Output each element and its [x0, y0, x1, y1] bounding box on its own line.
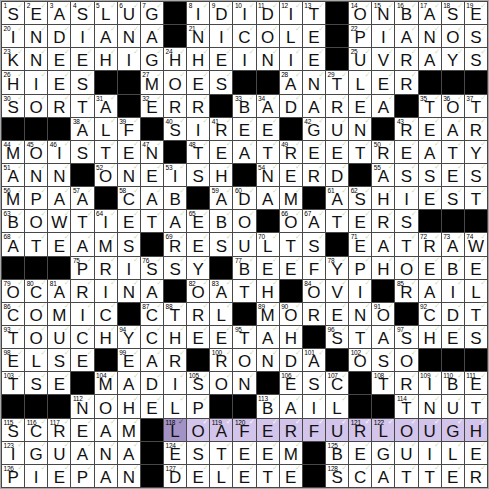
cell-r8c7[interactable]: ✓E: [141, 164, 163, 186]
cell-r19c5[interactable]: ✓A: [95, 419, 117, 441]
cell-r9c16[interactable]: 62✓S: [349, 187, 371, 209]
cell-r1c6[interactable]: 6✓U: [118, 2, 140, 24]
cell-r4c13[interactable]: 28✓A: [280, 71, 302, 93]
cell-r3c17[interactable]: ✓V: [372, 48, 394, 70]
cell-r14c9[interactable]: ✓R: [187, 303, 209, 325]
cell-r16c7[interactable]: ✓A: [141, 349, 163, 371]
cell-r9c3[interactable]: ✓A: [48, 187, 70, 209]
cell-r4c4[interactable]: ✓S: [71, 71, 93, 93]
cell-r4c1[interactable]: 26✓H: [2, 71, 24, 93]
cell-r12c12[interactable]: ✓E: [257, 257, 279, 279]
cell-r14c1[interactable]: 86✓C: [2, 303, 24, 325]
cell-r11c3[interactable]: ✓E: [48, 233, 70, 255]
cell-r18c9[interactable]: ✓P: [187, 395, 209, 417]
cell-r13c14[interactable]: 84✓O: [303, 280, 325, 302]
cell-r4c10[interactable]: ✓S: [210, 71, 232, 93]
cell-r19c20[interactable]: ✓G: [442, 419, 464, 441]
cell-r7c2[interactable]: 45✓O: [25, 141, 47, 163]
cell-r8c9[interactable]: ✓S: [187, 164, 209, 186]
cell-r5c9[interactable]: ✓R: [187, 95, 209, 117]
cell-r16c3[interactable]: ✓S: [48, 349, 70, 371]
cell-r7c20[interactable]: ✓T: [442, 141, 464, 163]
cell-r21c18[interactable]: ✓T: [395, 465, 417, 487]
cell-r15c19[interactable]: ✓H: [419, 326, 441, 348]
cell-r1c10[interactable]: 9✓D: [210, 2, 232, 24]
cell-r6c5[interactable]: ✓L: [95, 118, 117, 140]
cell-r3c13[interactable]: ✓I: [280, 48, 302, 70]
cell-r8c5[interactable]: 52✓O: [95, 164, 117, 186]
cell-r7c14[interactable]: ✓E: [303, 141, 325, 163]
cell-r14c21[interactable]: ✓T: [465, 303, 487, 325]
cell-r1c5[interactable]: 5✓L: [95, 2, 117, 24]
cell-r15c2[interactable]: ✓O: [25, 326, 47, 348]
cell-r17c15[interactable]: 107✓C: [326, 372, 348, 394]
cell-r4c17[interactable]: ✓E: [372, 71, 394, 93]
cell-r13c3[interactable]: 81✓A: [48, 280, 70, 302]
cell-r20c20[interactable]: ✓L: [442, 442, 464, 464]
cell-r14c3[interactable]: ✓M: [48, 303, 70, 325]
cell-r2c12[interactable]: ✓O: [257, 25, 279, 47]
cell-r2c3[interactable]: ✓D: [48, 25, 70, 47]
cell-r19c15[interactable]: ✓U: [326, 419, 348, 441]
cell-r16c13[interactable]: ✓D: [280, 349, 302, 371]
cell-r2c19[interactable]: ✓N: [419, 25, 441, 47]
cell-r10c11[interactable]: ✓O: [233, 210, 255, 232]
cell-r17c19[interactable]: 109✓I: [419, 372, 441, 394]
cell-r11c16[interactable]: 71✓E: [349, 233, 371, 255]
cell-r9c13[interactable]: ✓M: [280, 187, 302, 209]
cell-r19c3[interactable]: 117✓R: [48, 419, 70, 441]
cell-r8c8[interactable]: 53✓I: [164, 164, 186, 186]
cell-r19c8[interactable]: 118✓L: [164, 419, 186, 441]
cell-r12c16[interactable]: ✓P: [349, 257, 371, 279]
cell-r6c10[interactable]: 41✓R: [210, 118, 232, 140]
cell-r18c7[interactable]: ✓E: [141, 395, 163, 417]
cell-r15c1[interactable]: 93✓T: [2, 326, 24, 348]
cell-r8c21[interactable]: ✓S: [465, 164, 487, 186]
cell-r4c3[interactable]: ✓E: [48, 71, 70, 93]
cell-r13c1[interactable]: 79✓O: [2, 280, 24, 302]
cell-r4c15[interactable]: 29✓T: [326, 71, 348, 93]
cell-r8c2[interactable]: ✓N: [25, 164, 47, 186]
cell-r1c12[interactable]: 11✓D: [257, 2, 279, 24]
cell-r5c13[interactable]: ✓D: [280, 95, 302, 117]
cell-r10c16[interactable]: ✓E: [349, 210, 371, 232]
cell-r10c2[interactable]: ✓O: [25, 210, 47, 232]
cell-r3c6[interactable]: ✓I: [118, 48, 140, 70]
cell-r8c17[interactable]: 55✓A: [372, 164, 394, 186]
cell-r20c21[interactable]: ✓E: [465, 442, 487, 464]
cell-r20c10[interactable]: ✓T: [210, 442, 232, 464]
cell-r20c12[interactable]: ✓E: [257, 442, 279, 464]
cell-r1c2[interactable]: 2✓E: [25, 2, 47, 24]
cell-r2c11[interactable]: ✓C: [233, 25, 255, 47]
cell-r16c12[interactable]: ✓N: [257, 349, 279, 371]
cell-r18c6[interactable]: ✓H: [118, 395, 140, 417]
cell-r14c16[interactable]: ✓N: [349, 303, 371, 325]
cell-r2c6[interactable]: ✓N: [118, 25, 140, 47]
cell-r13c11[interactable]: ✓T: [233, 280, 255, 302]
cell-r16c10[interactable]: 100✓R: [210, 349, 232, 371]
cell-r15c21[interactable]: ✓S: [465, 326, 487, 348]
cell-r6c12[interactable]: ✓E: [257, 118, 279, 140]
cell-r12c7[interactable]: 76✓S: [141, 257, 163, 279]
cell-r14c2[interactable]: ✓O: [25, 303, 47, 325]
cell-r5c15[interactable]: ✓R: [326, 95, 348, 117]
cell-r13c16[interactable]: ✓I: [349, 280, 371, 302]
cell-r7c9[interactable]: 48✓T: [187, 141, 209, 163]
cell-r12c8[interactable]: ✓S: [164, 257, 186, 279]
cell-r4c8[interactable]: ✓O: [164, 71, 186, 93]
cell-r17c8[interactable]: ✓I: [164, 372, 186, 394]
cell-r3c16[interactable]: 25✓U: [349, 48, 371, 70]
cell-r21c21[interactable]: ✓R: [465, 465, 487, 487]
cell-r17c20[interactable]: 110✓B: [442, 372, 464, 394]
cell-r21c2[interactable]: ✓I: [25, 465, 47, 487]
cell-r15c17[interactable]: ✓A: [372, 326, 394, 348]
cell-r2c1[interactable]: 20✓I: [2, 25, 24, 47]
cell-r2c20[interactable]: ✓O: [442, 25, 464, 47]
cell-r20c16[interactable]: ✓E: [349, 442, 371, 464]
cell-r17c1[interactable]: 103✓T: [2, 372, 24, 394]
cell-r7c16[interactable]: ✓T: [349, 141, 371, 163]
cell-r14c7[interactable]: 87✓C: [141, 303, 163, 325]
cell-r17c14[interactable]: ✓S: [303, 372, 325, 394]
cell-r19c6[interactable]: ✓M: [118, 419, 140, 441]
cell-r12c17[interactable]: ✓H: [372, 257, 394, 279]
cell-r19c17[interactable]: 122✓L: [372, 419, 394, 441]
cell-r13c21[interactable]: ✓L: [465, 280, 487, 302]
cell-r15c10[interactable]: ✓E: [210, 326, 232, 348]
cell-r11c13[interactable]: ✓T: [280, 233, 302, 255]
cell-r3c18[interactable]: ✓R: [395, 48, 417, 70]
cell-r17c7[interactable]: ✓D: [141, 372, 163, 394]
cell-r11c4[interactable]: ✓A: [71, 233, 93, 255]
cell-r7c1[interactable]: 44✓M: [2, 141, 24, 163]
cell-r6c9[interactable]: ✓I: [187, 118, 209, 140]
cell-r18c20[interactable]: ✓U: [442, 395, 464, 417]
cell-r18c4[interactable]: 112✓N: [71, 395, 93, 417]
cell-r8c18[interactable]: ✓S: [395, 164, 417, 186]
cell-r7c11[interactable]: ✓A: [233, 141, 255, 163]
cell-r20c13[interactable]: ✓M: [280, 442, 302, 464]
cell-r21c11[interactable]: ✓E: [233, 465, 255, 487]
cell-r7c7[interactable]: 47✓N: [141, 141, 163, 163]
cell-r3c14[interactable]: ✓E: [303, 48, 325, 70]
cell-r16c2[interactable]: ✓L: [25, 349, 47, 371]
cell-r10c15[interactable]: ✓T: [326, 210, 348, 232]
cell-r3c12[interactable]: ✓N: [257, 48, 279, 70]
cell-r3c5[interactable]: ✓H: [95, 48, 117, 70]
cell-r13c4[interactable]: ✓R: [71, 280, 93, 302]
cell-r21c17[interactable]: ✓A: [372, 465, 394, 487]
cell-r9c1[interactable]: 56✓M: [2, 187, 24, 209]
cell-r6c6[interactable]: 39✓F: [118, 118, 140, 140]
cell-r21c3[interactable]: ✓E: [48, 465, 70, 487]
cell-r15c12[interactable]: ✓A: [257, 326, 279, 348]
cell-r19c13[interactable]: ✓R: [280, 419, 302, 441]
cell-r7c3[interactable]: 46✓I: [48, 141, 70, 163]
cell-r1c17[interactable]: 15✓N: [372, 2, 394, 24]
cell-r15c3[interactable]: ✓U: [48, 326, 70, 348]
cell-r6c19[interactable]: ✓E: [419, 118, 441, 140]
cell-r2c10[interactable]: ✓I: [210, 25, 232, 47]
cell-r15c20[interactable]: ✓E: [442, 326, 464, 348]
cell-r1c13[interactable]: 12✓I: [280, 2, 302, 24]
cell-r13c15[interactable]: ✓V: [326, 280, 348, 302]
cell-r14c19[interactable]: 92✓C: [419, 303, 441, 325]
cell-r11c21[interactable]: 74✓W: [465, 233, 487, 255]
cell-r11c17[interactable]: ✓A: [372, 233, 394, 255]
cell-r9c12[interactable]: ✓A: [257, 187, 279, 209]
cell-r12c14[interactable]: ✓F: [303, 257, 325, 279]
cell-r2c14[interactable]: ✓E: [303, 25, 325, 47]
cell-r2c7[interactable]: ✓A: [141, 25, 163, 47]
cell-r12c13[interactable]: ✓E: [280, 257, 302, 279]
cell-r3c8[interactable]: 24✓H: [164, 48, 186, 70]
cell-r3c3[interactable]: ✓E: [48, 48, 70, 70]
cell-r7c10[interactable]: ✓E: [210, 141, 232, 163]
cell-r16c1[interactable]: 98✓E: [2, 349, 24, 371]
cell-r5c17[interactable]: ✓A: [372, 95, 394, 117]
cell-r5c20[interactable]: 36✓O: [442, 95, 464, 117]
cell-r19c12[interactable]: ✓E: [257, 419, 279, 441]
cell-r10c10[interactable]: ✓B: [210, 210, 232, 232]
cell-r8c13[interactable]: ✓E: [280, 164, 302, 186]
cell-r7c13[interactable]: 49✓R: [280, 141, 302, 163]
cell-r20c9[interactable]: ✓S: [187, 442, 209, 464]
cell-r8c1[interactable]: 51✓A: [2, 164, 24, 186]
cell-r20c18[interactable]: ✓U: [395, 442, 417, 464]
cell-r1c20[interactable]: 18✓S: [442, 2, 464, 24]
cell-r6c14[interactable]: 42✓G: [303, 118, 325, 140]
cell-r21c20[interactable]: ✓E: [442, 465, 464, 487]
cell-r2c5[interactable]: ✓A: [95, 25, 117, 47]
cell-r19c16[interactable]: 121✓R: [349, 419, 371, 441]
cell-r10c7[interactable]: ✓T: [141, 210, 163, 232]
cell-r21c13[interactable]: ✓E: [280, 465, 302, 487]
cell-r9c15[interactable]: 61✓A: [326, 187, 348, 209]
cell-r10c4[interactable]: ✓T: [71, 210, 93, 232]
cell-r15c5[interactable]: ✓H: [95, 326, 117, 348]
cell-r12c19[interactable]: ✓E: [419, 257, 441, 279]
cell-r9c19[interactable]: ✓E: [419, 187, 441, 209]
cell-r11c19[interactable]: 72✓R: [419, 233, 441, 255]
cell-r1c7[interactable]: 7✓G: [141, 2, 163, 24]
cell-r10c3[interactable]: ✓W: [48, 210, 70, 232]
cell-r16c14[interactable]: 101✓A: [303, 349, 325, 371]
cell-r18c5[interactable]: ✓O: [95, 395, 117, 417]
cell-r16c4[interactable]: ✓E: [71, 349, 93, 371]
cell-r3c21[interactable]: ✓S: [465, 48, 487, 70]
cell-r15c9[interactable]: ✓E: [187, 326, 209, 348]
cell-r2c16[interactable]: 22✓P: [349, 25, 371, 47]
cell-r3c4[interactable]: ✓E: [71, 48, 93, 70]
cell-r19c11[interactable]: 120✓F: [233, 419, 255, 441]
cell-r17c11[interactable]: ✓N: [233, 372, 255, 394]
cell-r9c21[interactable]: ✓T: [465, 187, 487, 209]
cell-r12c5[interactable]: ✓R: [95, 257, 117, 279]
cell-r20c5[interactable]: ✓N: [95, 442, 117, 464]
cell-r4c2[interactable]: ✓I: [25, 71, 47, 93]
cell-r13c12[interactable]: ✓H: [257, 280, 279, 302]
cell-r15c11[interactable]: 95✓T: [233, 326, 255, 348]
cell-r5c1[interactable]: 30✓S: [2, 95, 24, 117]
cell-r3c9[interactable]: ✓H: [187, 48, 209, 70]
cell-r17c18[interactable]: ✓R: [395, 372, 417, 394]
cell-r6c11[interactable]: ✓E: [233, 118, 255, 140]
cell-r16c16[interactable]: 102✓O: [349, 349, 371, 371]
cell-r5c19[interactable]: 35✓T: [419, 95, 441, 117]
cell-r1c21[interactable]: 19✓E: [465, 2, 487, 24]
cell-r2c18[interactable]: ✓A: [395, 25, 417, 47]
cell-r9c7[interactable]: ✓A: [141, 187, 163, 209]
cell-r1c16[interactable]: 14✓O: [349, 2, 371, 24]
cell-r8c15[interactable]: ✓D: [326, 164, 348, 186]
cell-r19c19[interactable]: ✓U: [419, 419, 441, 441]
cell-r21c16[interactable]: ✓C: [349, 465, 371, 487]
cell-r12c20[interactable]: ✓B: [442, 257, 464, 279]
cell-r14c20[interactable]: ✓D: [442, 303, 464, 325]
cell-r21c10[interactable]: ✓L: [210, 465, 232, 487]
cell-r16c17[interactable]: ✓S: [372, 349, 394, 371]
cell-r1c19[interactable]: 17✓A: [419, 2, 441, 24]
cell-r15c6[interactable]: 94✓Y: [118, 326, 140, 348]
cell-r5c5[interactable]: 31✓A: [95, 95, 117, 117]
cell-r14c17[interactable]: 91✓O: [372, 303, 394, 325]
cell-r15c7[interactable]: ✓C: [141, 326, 163, 348]
cell-r9c6[interactable]: 58✓C: [118, 187, 140, 209]
cell-r14c5[interactable]: ✓C: [95, 303, 117, 325]
cell-r11c8[interactable]: 69✓R: [164, 233, 186, 255]
cell-r16c18[interactable]: ✓O: [395, 349, 417, 371]
cell-r10c6[interactable]: ✓E: [118, 210, 140, 232]
cell-r18c15[interactable]: ✓L: [326, 395, 348, 417]
cell-r11c5[interactable]: ✓M: [95, 233, 117, 255]
cell-r4c7[interactable]: 27✓M: [141, 71, 163, 93]
cell-r8c20[interactable]: ✓E: [442, 164, 464, 186]
cell-r10c18[interactable]: ✓S: [395, 210, 417, 232]
cell-r1c3[interactable]: 3✓A: [48, 2, 70, 24]
cell-r21c5[interactable]: ✓A: [95, 465, 117, 487]
cell-r7c18[interactable]: ✓E: [395, 141, 417, 163]
cell-r4c18[interactable]: ✓R: [395, 71, 417, 93]
cell-r13c19[interactable]: ✓A: [419, 280, 441, 302]
cell-r11c11[interactable]: ✓U: [233, 233, 255, 255]
cell-r11c14[interactable]: ✓S: [303, 233, 325, 255]
cell-r1c1[interactable]: 1✓S: [2, 2, 24, 24]
cell-r9c20[interactable]: ✓S: [442, 187, 464, 209]
cell-r5c14[interactable]: ✓A: [303, 95, 325, 117]
cell-r13c9[interactable]: 82✓O: [187, 280, 209, 302]
cell-r5c7[interactable]: 32✓E: [141, 95, 163, 117]
cell-r20c1[interactable]: 123✓I: [2, 442, 24, 464]
cell-r7c15[interactable]: ✓E: [326, 141, 348, 163]
cell-r17c6[interactable]: ✓A: [118, 372, 140, 394]
cell-r1c11[interactable]: 10✓I: [233, 2, 255, 24]
cell-r12c11[interactable]: 77✓B: [233, 257, 255, 279]
cell-r11c6[interactable]: ✓S: [118, 233, 140, 255]
cell-r6c15[interactable]: ✓U: [326, 118, 348, 140]
cell-r19c21[interactable]: ✓H: [465, 419, 487, 441]
cell-r19c10[interactable]: 119✓A: [210, 419, 232, 441]
cell-r6c16[interactable]: ✓N: [349, 118, 371, 140]
cell-r14c4[interactable]: ✓I: [71, 303, 93, 325]
cell-r19c14[interactable]: ✓F: [303, 419, 325, 441]
cell-r6c18[interactable]: 43✓R: [395, 118, 417, 140]
cell-r19c1[interactable]: 115✓S: [2, 419, 24, 441]
cell-r20c8[interactable]: 124✓E: [164, 442, 186, 464]
cell-r5c21[interactable]: 37✓T: [465, 95, 487, 117]
cell-r11c2[interactable]: ✓T: [25, 233, 47, 255]
cell-r14c8[interactable]: 88✓T: [164, 303, 186, 325]
cell-r20c19[interactable]: ✓I: [419, 442, 441, 464]
cell-r11c10[interactable]: ✓S: [210, 233, 232, 255]
cell-r5c4[interactable]: ✓T: [71, 95, 93, 117]
cell-r21c9[interactable]: ✓E: [187, 465, 209, 487]
cell-r3c10[interactable]: ✓E: [210, 48, 232, 70]
cell-r7c5[interactable]: ✓T: [95, 141, 117, 163]
cell-r12c9[interactable]: ✓Y: [187, 257, 209, 279]
cell-r20c6[interactable]: ✓A: [118, 442, 140, 464]
cell-r7c6[interactable]: ✓E: [118, 141, 140, 163]
cell-r2c2[interactable]: ✓N: [25, 25, 47, 47]
cell-r8c12[interactable]: 54✓N: [257, 164, 279, 186]
cell-r12c15[interactable]: 78✓Y: [326, 257, 348, 279]
cell-r7c17[interactable]: 50✓R: [372, 141, 394, 163]
cell-r18c14[interactable]: ✓I: [303, 395, 325, 417]
cell-r5c2[interactable]: ✓O: [25, 95, 47, 117]
cell-r6c20[interactable]: ✓A: [442, 118, 464, 140]
cell-r5c12[interactable]: 34✓A: [257, 95, 279, 117]
cell-r21c4[interactable]: ✓P: [71, 465, 93, 487]
cell-r7c12[interactable]: ✓T: [257, 141, 279, 163]
cell-r18c19[interactable]: ✓N: [419, 395, 441, 417]
cell-r9c4[interactable]: 57✓A: [71, 187, 93, 209]
cell-r15c15[interactable]: 96✓S: [326, 326, 348, 348]
cell-r12c18[interactable]: ✓O: [395, 257, 417, 279]
cell-r18c12[interactable]: 113✓B: [257, 395, 279, 417]
cell-r5c8[interactable]: ✓R: [164, 95, 186, 117]
cell-r9c10[interactable]: 59✓A: [210, 187, 232, 209]
cell-r17c3[interactable]: ✓E: [48, 372, 70, 394]
cell-r20c11[interactable]: ✓E: [233, 442, 255, 464]
cell-r20c2[interactable]: ✓G: [25, 442, 47, 464]
cell-r7c21[interactable]: ✓Y: [465, 141, 487, 163]
cell-r18c21[interactable]: ✓T: [465, 395, 487, 417]
cell-r11c20[interactable]: 73✓A: [442, 233, 464, 255]
cell-r7c19[interactable]: ✓A: [419, 141, 441, 163]
cell-r17c9[interactable]: 105✓S: [187, 372, 209, 394]
cell-r16c11[interactable]: ✓O: [233, 349, 255, 371]
cell-r21c1[interactable]: 126✓P: [2, 465, 24, 487]
cell-r3c2[interactable]: ✓N: [25, 48, 47, 70]
cell-r2c21[interactable]: ✓S: [465, 25, 487, 47]
cell-r11c9[interactable]: ✓E: [187, 233, 209, 255]
cell-r9c8[interactable]: ✓B: [164, 187, 186, 209]
cell-r18c8[interactable]: ✓L: [164, 395, 186, 417]
cell-r5c16[interactable]: ✓E: [349, 95, 371, 117]
cell-r10c5[interactable]: 64✓I: [95, 210, 117, 232]
cell-r3c1[interactable]: 23✓K: [2, 48, 24, 70]
cell-r12c6[interactable]: ✓I: [118, 257, 140, 279]
cell-r9c11[interactable]: 60✓D: [233, 187, 255, 209]
cell-r15c13[interactable]: ✓H: [280, 326, 302, 348]
cell-r11c1[interactable]: 68✓A: [2, 233, 24, 255]
cell-r13c18[interactable]: 85✓R: [395, 280, 417, 302]
cell-r10c1[interactable]: 63✓B: [2, 210, 24, 232]
cell-r16c6[interactable]: 99✓E: [118, 349, 140, 371]
